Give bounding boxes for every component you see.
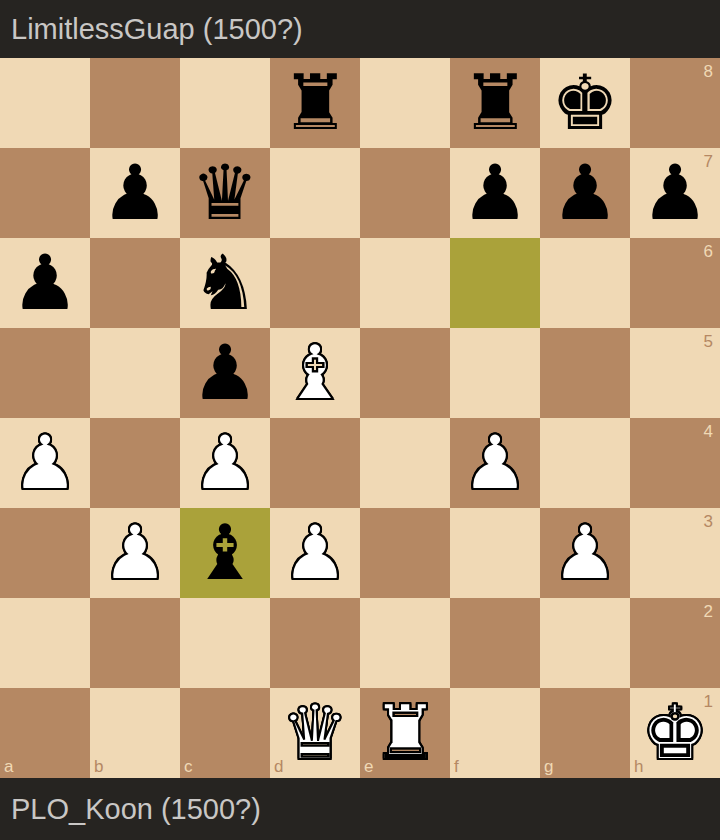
square-g6[interactable]: [540, 238, 630, 328]
piece-white-pawn[interactable]: ♟: [450, 418, 540, 508]
piece-black-pawn[interactable]: ♟: [450, 148, 540, 238]
square-a6[interactable]: ♟: [0, 238, 90, 328]
square-f6[interactable]: [450, 238, 540, 328]
square-a8[interactable]: [0, 58, 90, 148]
file-label-g: g: [544, 758, 553, 775]
square-g2[interactable]: [540, 598, 630, 688]
piece-white-rook[interactable]: ♜: [360, 688, 450, 778]
square-e8[interactable]: [360, 58, 450, 148]
square-e1[interactable]: ♜e: [360, 688, 450, 778]
file-label-b: b: [94, 758, 103, 775]
square-g3[interactable]: ♟: [540, 508, 630, 598]
piece-white-pawn[interactable]: ♟: [270, 508, 360, 598]
square-d7[interactable]: [270, 148, 360, 238]
piece-black-bishop[interactable]: ♝: [180, 508, 270, 598]
piece-black-rook[interactable]: ♜: [450, 58, 540, 148]
square-a4[interactable]: ♟: [0, 418, 90, 508]
square-e4[interactable]: [360, 418, 450, 508]
piece-black-pawn[interactable]: ♟: [0, 238, 90, 328]
piece-white-pawn[interactable]: ♟: [90, 508, 180, 598]
square-b7[interactable]: ♟: [90, 148, 180, 238]
square-f7[interactable]: ♟: [450, 148, 540, 238]
piece-white-bishop[interactable]: ♝: [270, 328, 360, 418]
square-h5[interactable]: 5: [630, 328, 720, 418]
rank-label-5: 5: [704, 333, 713, 350]
square-g1[interactable]: g: [540, 688, 630, 778]
square-b4[interactable]: [90, 418, 180, 508]
file-label-e: e: [364, 758, 373, 775]
square-f4[interactable]: ♟: [450, 418, 540, 508]
square-b5[interactable]: [90, 328, 180, 418]
square-e5[interactable]: [360, 328, 450, 418]
square-e3[interactable]: [360, 508, 450, 598]
piece-white-queen[interactable]: ♛: [270, 688, 360, 778]
piece-black-pawn[interactable]: ♟: [540, 148, 630, 238]
square-a5[interactable]: [0, 328, 90, 418]
file-label-a: a: [4, 758, 13, 775]
piece-white-pawn[interactable]: ♟: [540, 508, 630, 598]
square-c5[interactable]: ♟: [180, 328, 270, 418]
rank-label-4: 4: [704, 423, 713, 440]
square-b3[interactable]: ♟: [90, 508, 180, 598]
rank-label-6: 6: [704, 243, 713, 260]
square-d2[interactable]: [270, 598, 360, 688]
piece-black-queen[interactable]: ♛: [180, 148, 270, 238]
square-c6[interactable]: ♞: [180, 238, 270, 328]
square-e7[interactable]: [360, 148, 450, 238]
square-h3[interactable]: 3: [630, 508, 720, 598]
square-a1[interactable]: a: [0, 688, 90, 778]
square-e2[interactable]: [360, 598, 450, 688]
piece-white-pawn[interactable]: ♟: [0, 418, 90, 508]
square-g7[interactable]: ♟: [540, 148, 630, 238]
square-h6[interactable]: 6: [630, 238, 720, 328]
square-b2[interactable]: [90, 598, 180, 688]
square-b6[interactable]: [90, 238, 180, 328]
rank-label-7: 7: [704, 153, 713, 170]
piece-black-pawn[interactable]: ♟: [180, 328, 270, 418]
square-h1[interactable]: ♚1h: [630, 688, 720, 778]
square-d6[interactable]: [270, 238, 360, 328]
square-d4[interactable]: [270, 418, 360, 508]
square-h8[interactable]: 8: [630, 58, 720, 148]
square-f5[interactable]: [450, 328, 540, 418]
file-label-c: c: [184, 758, 193, 775]
square-b1[interactable]: b: [90, 688, 180, 778]
rank-label-1: 1: [704, 693, 713, 710]
file-label-f: f: [454, 758, 459, 775]
rank-label-8: 8: [704, 63, 713, 80]
square-c8[interactable]: [180, 58, 270, 148]
square-f3[interactable]: [450, 508, 540, 598]
square-a7[interactable]: [0, 148, 90, 238]
square-f1[interactable]: f: [450, 688, 540, 778]
square-d5[interactable]: ♝: [270, 328, 360, 418]
chess-board: ♜♜♚8♟♛♟♟♟7♟♞6♟♝5♟♟♟4♟♝♟♟32abc♛d♜efg♚1h: [0, 58, 720, 778]
square-c7[interactable]: ♛: [180, 148, 270, 238]
square-a2[interactable]: [0, 598, 90, 688]
square-f8[interactable]: ♜: [450, 58, 540, 148]
square-d3[interactable]: ♟: [270, 508, 360, 598]
square-h2[interactable]: 2: [630, 598, 720, 688]
piece-white-pawn[interactable]: ♟: [180, 418, 270, 508]
square-a3[interactable]: [0, 508, 90, 598]
piece-black-pawn[interactable]: ♟: [90, 148, 180, 238]
piece-black-king[interactable]: ♚: [540, 58, 630, 148]
square-c1[interactable]: c: [180, 688, 270, 778]
square-d8[interactable]: ♜: [270, 58, 360, 148]
square-g8[interactable]: ♚: [540, 58, 630, 148]
square-g4[interactable]: [540, 418, 630, 508]
square-c4[interactable]: ♟: [180, 418, 270, 508]
top-player-name: LimitlessGuap (1500?): [11, 13, 303, 46]
square-h4[interactable]: 4: [630, 418, 720, 508]
square-h7[interactable]: ♟7: [630, 148, 720, 238]
file-label-d: d: [274, 758, 283, 775]
square-d1[interactable]: ♛d: [270, 688, 360, 778]
rank-label-3: 3: [704, 513, 713, 530]
square-g5[interactable]: [540, 328, 630, 418]
bottom-player-name: PLO_Koon (1500?): [11, 793, 261, 826]
rank-label-2: 2: [704, 603, 713, 620]
piece-black-knight[interactable]: ♞: [180, 238, 270, 328]
square-f2[interactable]: [450, 598, 540, 688]
piece-black-rook[interactable]: ♜: [270, 58, 360, 148]
top-player-bar: LimitlessGuap (1500?): [0, 0, 720, 58]
square-c3[interactable]: ♝: [180, 508, 270, 598]
bottom-player-bar: PLO_Koon (1500?): [0, 778, 720, 840]
file-label-h: h: [634, 758, 643, 775]
square-e6[interactable]: [360, 238, 450, 328]
square-b8[interactable]: [90, 58, 180, 148]
square-c2[interactable]: [180, 598, 270, 688]
